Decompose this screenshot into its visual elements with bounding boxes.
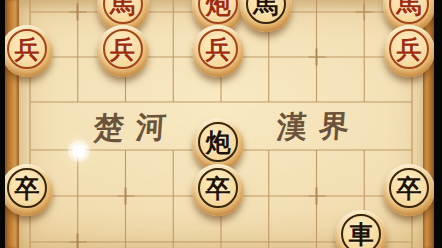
piece-face: 車 (341, 214, 381, 248)
river-label-left: 楚河 (93, 107, 180, 149)
piece-red-soldier-c3r4[interactable]: 兵 (97, 25, 149, 77)
piece-glyph: 卒 (15, 176, 40, 201)
piece-black-soldier-c9r7[interactable]: 卒 (383, 164, 435, 216)
piece-face: 馬 (103, 0, 143, 24)
piece-glyph: 車 (349, 222, 374, 247)
piece-glyph: 炮 (206, 130, 231, 155)
piece-face: 兵 (389, 29, 429, 69)
piece-face: 卒 (7, 168, 47, 208)
point-marker-c8r3 (356, 4, 373, 21)
piece-glyph: 卒 (206, 176, 231, 201)
piece-face: 卒 (198, 168, 238, 208)
piece-face: 馬 (389, 0, 429, 24)
piece-black-soldier-c5r7[interactable]: 卒 (192, 164, 244, 216)
piece-glyph: 炮 (206, 0, 231, 17)
piece-face: 兵 (7, 29, 47, 69)
point-marker-c2r3 (69, 4, 86, 21)
point-marker-c2r8 (69, 234, 86, 248)
piece-face: 卒 (389, 168, 429, 208)
piece-face: 炮 (198, 122, 238, 162)
piece-face: 炮 (198, 0, 238, 24)
letterbox-right (434, 0, 442, 248)
piece-face: 馬 (246, 0, 286, 24)
piece-red-soldier-c5r4[interactable]: 兵 (192, 25, 244, 77)
point-marker-c7r4 (308, 49, 325, 66)
piece-red-soldier-c1r4[interactable]: 兵 (1, 25, 53, 77)
piece-red-soldier-c9r4[interactable]: 兵 (383, 25, 435, 77)
piece-black-cannon-c5r6[interactable]: 炮 (192, 118, 244, 170)
piece-glyph: 馬 (397, 0, 422, 17)
piece-glyph: 兵 (397, 37, 422, 62)
piece-glyph: 卒 (397, 176, 422, 201)
river-label-right: 漢界 (276, 106, 363, 148)
last-move-glow-indicator (73, 145, 85, 157)
point-marker-c7r7 (308, 188, 325, 205)
piece-face: 兵 (198, 29, 238, 69)
piece-glyph: 馬 (110, 0, 135, 17)
piece-glyph: 兵 (206, 37, 231, 62)
point-marker-c3r7 (117, 188, 134, 205)
piece-glyph: 兵 (15, 37, 40, 62)
letterbox-left (0, 0, 5, 248)
piece-face: 兵 (103, 29, 143, 69)
game-frame: 楚河 漢界 馬炮馬馬兵兵兵兵炮卒卒卒車 (0, 0, 442, 248)
piece-glyph: 馬 (253, 0, 278, 17)
piece-glyph: 兵 (110, 37, 135, 62)
piece-black-soldier-c1r7[interactable]: 卒 (1, 164, 53, 216)
